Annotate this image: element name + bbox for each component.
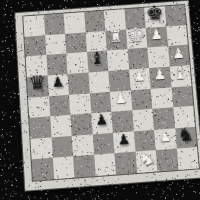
square-d4 [89, 91, 111, 113]
square-h8 [164, 5, 186, 26]
square-c2 [72, 134, 94, 156]
piece-black-pawn-d3: ♟ [95, 113, 109, 128]
piece-white-king-f7: ♚ [127, 25, 146, 46]
square-b4 [48, 94, 70, 116]
square-g6 [147, 46, 169, 68]
square-f1: ♞ [135, 150, 157, 173]
square-b6 [46, 54, 68, 76]
piece-black-pawn-b5: ♟ [51, 75, 64, 90]
square-c1 [73, 155, 95, 178]
square-e6 [107, 49, 129, 71]
square-h5: ♝ [169, 65, 191, 87]
square-e2: ♟ [113, 131, 135, 153]
piece-white-bishop-h5: ♝ [172, 64, 189, 82]
square-f4 [130, 88, 152, 110]
square-g3 [152, 107, 174, 129]
piece-black-bishop-d6: ♝ [89, 50, 105, 68]
square-d1 [94, 154, 116, 177]
piece-white-pawn-g2: ♟ [158, 129, 172, 144]
square-a5: ♛ [27, 75, 49, 97]
square-d2 [92, 133, 114, 155]
square-a7 [24, 35, 45, 57]
square-a4 [28, 96, 50, 118]
square-b3 [50, 115, 72, 137]
square-g4 [151, 87, 173, 109]
piece-white-pawn-e4: ♟ [114, 91, 128, 106]
square-g1 [156, 149, 178, 172]
square-c4 [69, 93, 91, 115]
square-f6 [127, 48, 149, 70]
square-e3 [111, 110, 133, 132]
square-b2 [51, 136, 73, 158]
piece-white-pawn-g7: ♟ [150, 27, 164, 42]
piece-white-pawn-h6: ♟ [172, 46, 186, 61]
square-a1 [32, 158, 54, 181]
square-d6: ♝ [87, 51, 109, 73]
square-b8 [43, 14, 64, 35]
chessboard: ♚♜♚♟♝♟♛♟♟♟♝♟♟♟♟♞♞ [14, 0, 200, 192]
square-b7 [45, 34, 67, 56]
square-d8 [84, 11, 106, 32]
piece-white-pawn-g5: ♟ [153, 68, 167, 83]
piece-black-queen-a5: ♛ [28, 72, 47, 93]
square-g7: ♟ [146, 26, 168, 48]
square-a3 [29, 116, 51, 138]
piece-white-knight-f1: ♞ [134, 146, 157, 170]
square-b1 [52, 157, 74, 180]
square-d3: ♟ [91, 112, 113, 134]
square-g5: ♟ [149, 67, 171, 89]
square-h1 [176, 147, 199, 170]
chess-photo-scene: ♚♜♚♟♝♟♛♟♟♟♝♟♟♟♟♞♞ [0, 0, 200, 200]
square-h7 [166, 25, 188, 47]
square-e4: ♟ [110, 90, 132, 112]
square-h2: ♞ [175, 127, 197, 149]
square-f7: ♚ [126, 28, 148, 50]
square-f3 [132, 109, 154, 131]
piece-black-pawn-e2: ♟ [117, 132, 131, 147]
square-c6 [66, 52, 88, 74]
piece-black-king-g8: ♚ [145, 3, 164, 24]
square-f5: ♟ [129, 68, 151, 90]
square-a8 [23, 15, 44, 36]
piece-white-rook-e7: ♜ [108, 29, 123, 46]
square-c3 [70, 113, 92, 135]
square-a2 [30, 137, 52, 159]
square-b5: ♟ [47, 74, 69, 96]
piece-black-knight-h2: ♞ [177, 125, 195, 144]
square-c5 [68, 72, 90, 94]
square-e1 [114, 152, 136, 175]
square-e7: ♜ [105, 29, 127, 51]
square-h4 [171, 85, 193, 107]
square-d5 [88, 71, 110, 93]
piece-white-pawn-f5: ♟ [133, 69, 147, 84]
square-c7 [65, 32, 87, 54]
square-c8 [64, 12, 86, 33]
square-g2: ♟ [154, 128, 176, 150]
square-e5 [108, 69, 130, 91]
chessboard-squares: ♚♜♚♟♝♟♛♟♟♟♝♟♟♟♟♞♞ [23, 5, 199, 181]
square-g8: ♚ [144, 6, 166, 27]
